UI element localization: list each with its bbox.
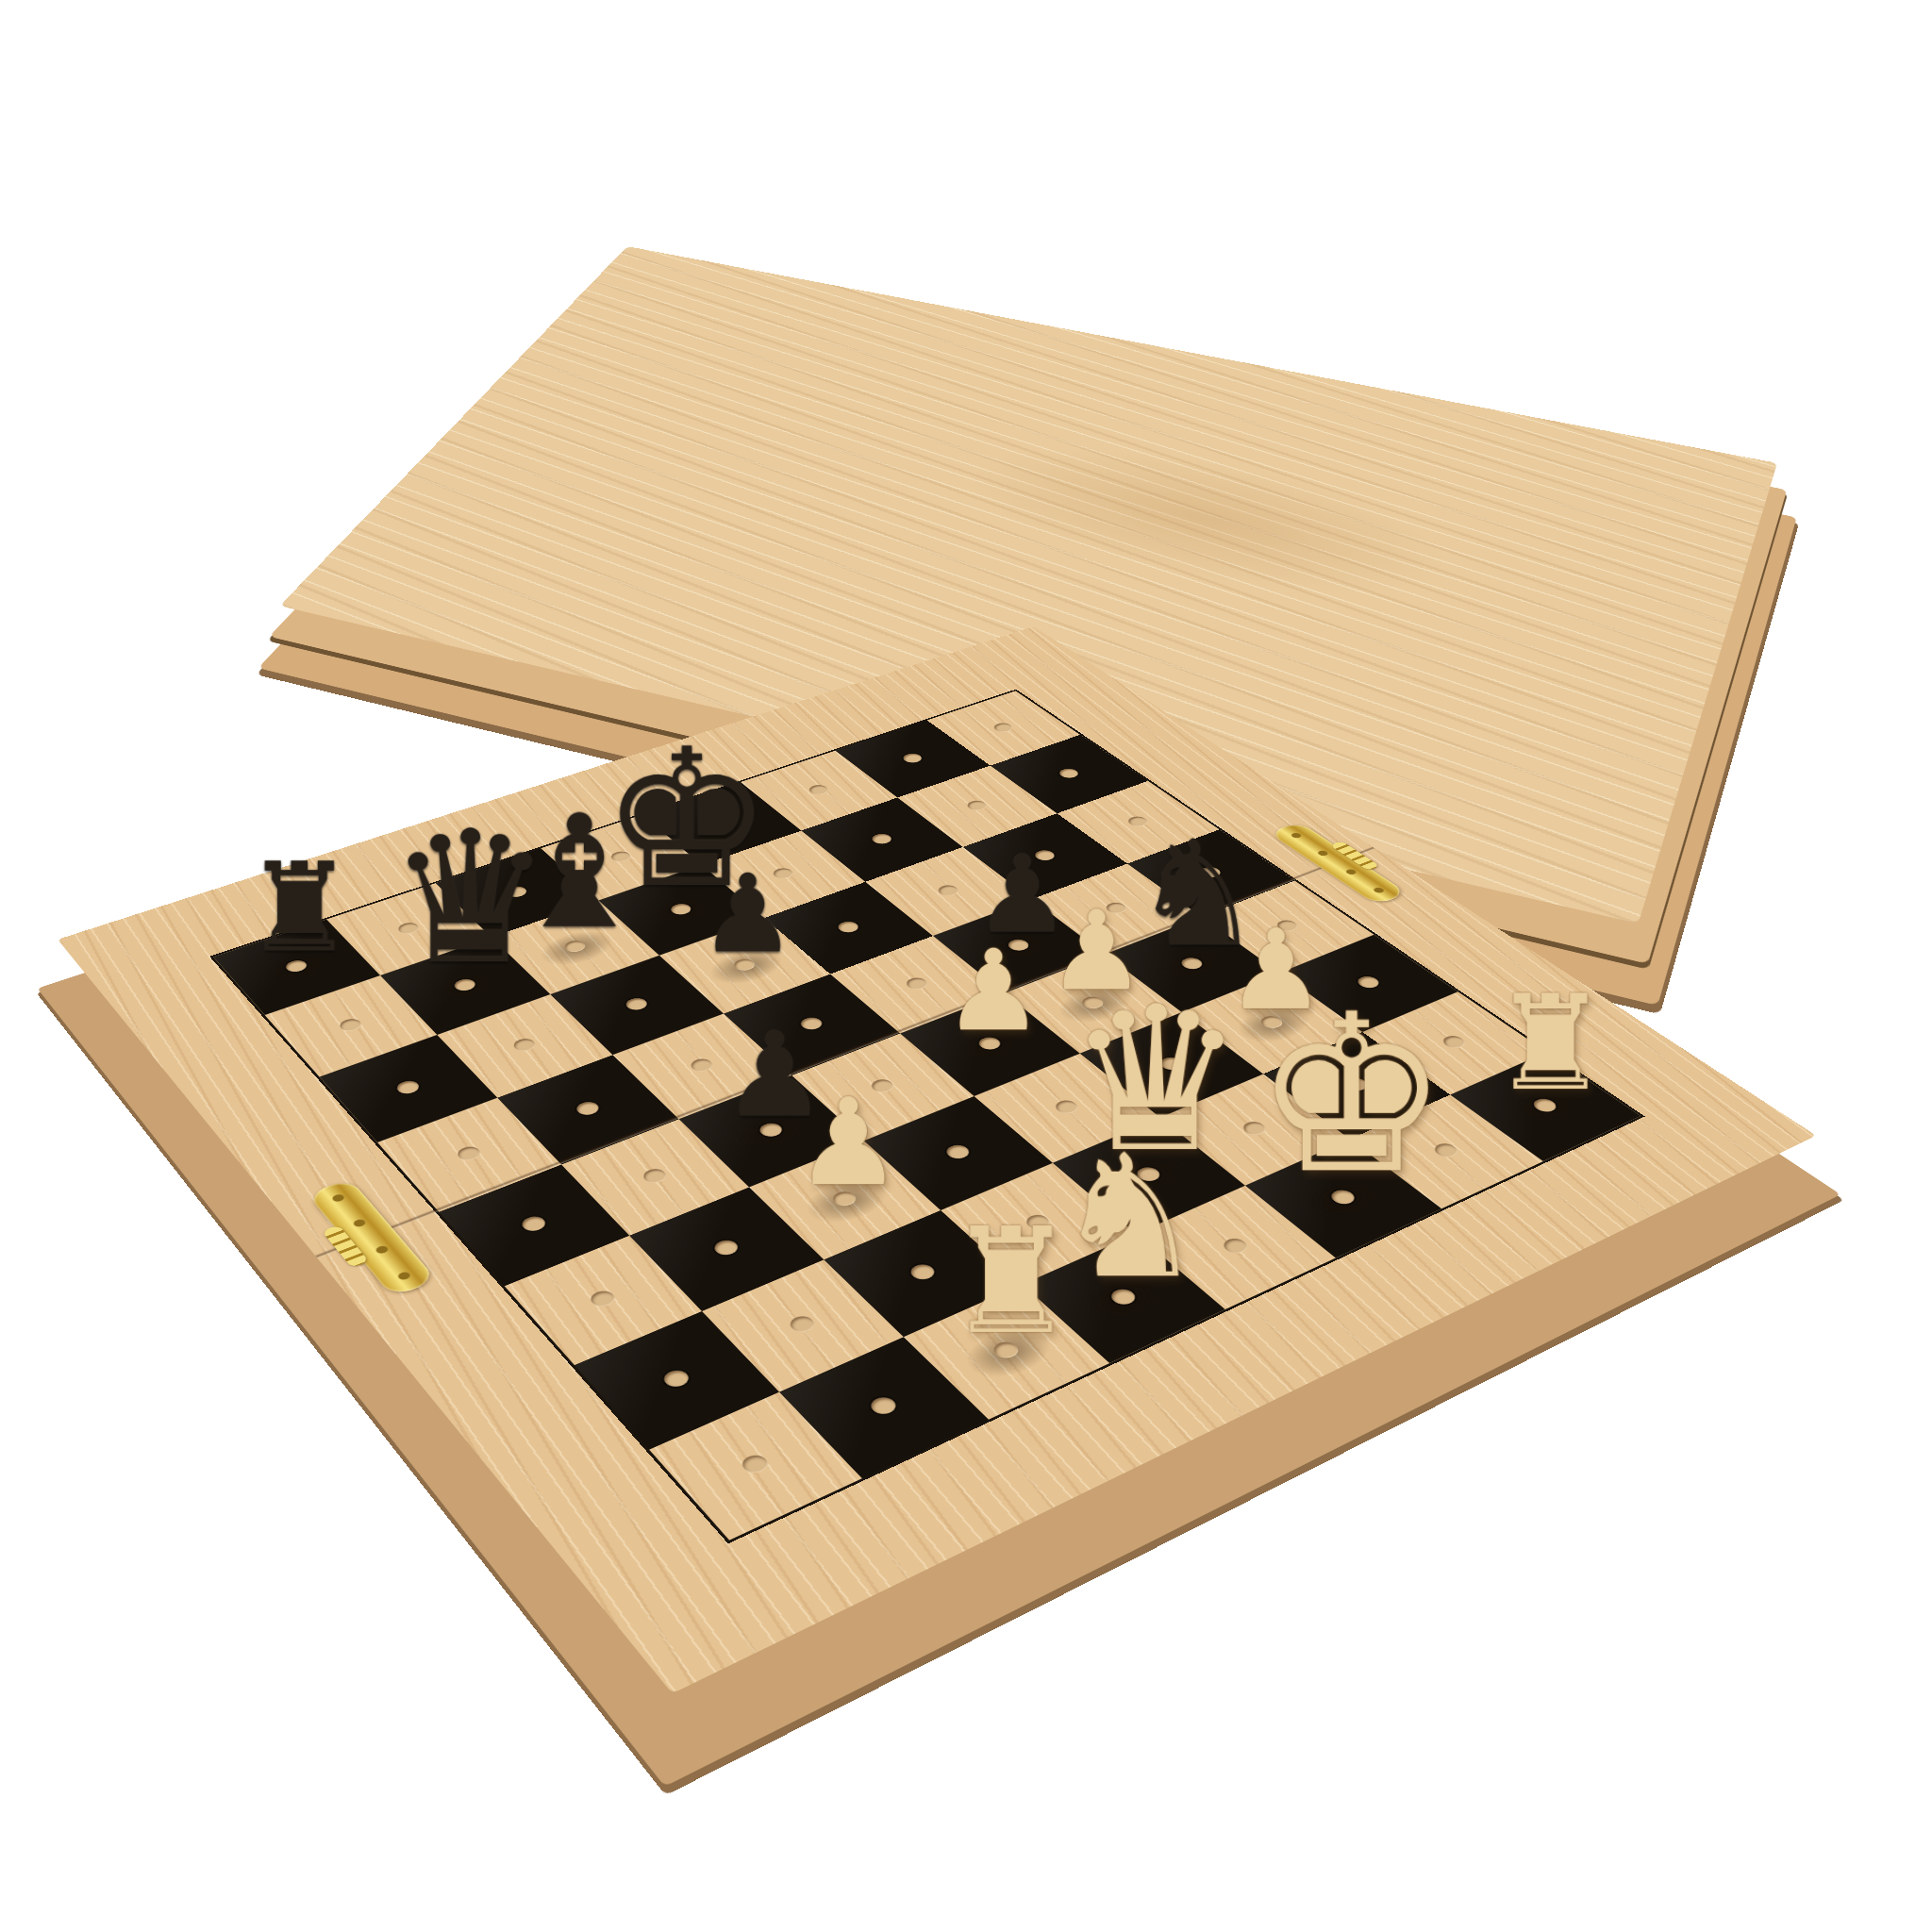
piece-black-queen[interactable]: ♛ (388, 807, 552, 990)
square-b7[interactable]: ♛ (380, 938, 550, 1035)
piece-black-rook[interactable]: ♜ (244, 847, 355, 970)
piece-white-pawn[interactable]: ♟ (794, 1082, 902, 1202)
brass-hinge-left (307, 1178, 437, 1297)
product-photo-scene: ♜♛♝♚♟♟♟♟♟♞♟♟♛♜♞♚♜ (0, 0, 1932, 1932)
piece-white-king[interactable]: ♚ (1254, 986, 1449, 1204)
piece-white-rook[interactable]: ♜ (1491, 978, 1608, 1109)
piece-black-pawn[interactable]: ♟ (699, 859, 796, 967)
piece-white-rook[interactable]: ♜ (946, 1209, 1076, 1355)
square-d6[interactable]: ♟ (659, 918, 830, 1013)
piece-white-pawn[interactable]: ♟ (943, 935, 1043, 1047)
